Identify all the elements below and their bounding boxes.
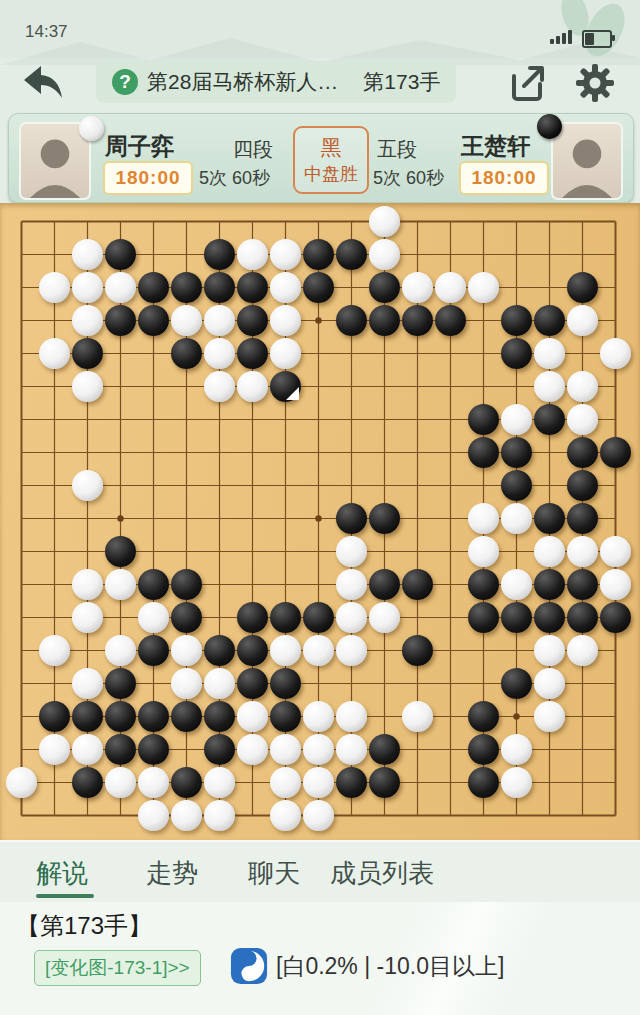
variation-diagram-button[interactable]: [变化图-173-1]>> — [34, 950, 201, 986]
black-stone — [567, 470, 598, 501]
black-stone — [72, 701, 103, 732]
black-stone — [336, 503, 367, 534]
white-stone — [501, 404, 532, 435]
black-stone — [105, 668, 136, 699]
black-player-clock: 180:00 — [459, 161, 549, 195]
black-stone — [105, 734, 136, 765]
signal-icon — [550, 30, 572, 44]
black-stone — [468, 701, 499, 732]
black-stone — [72, 767, 103, 798]
white-stone — [501, 734, 532, 765]
white-stone — [534, 701, 565, 732]
go-board[interactable] — [0, 203, 640, 840]
white-stone — [72, 272, 103, 303]
tab-member-list[interactable]: 成员列表 — [330, 856, 434, 891]
white-stone — [72, 470, 103, 501]
white-stone — [468, 272, 499, 303]
white-stone — [600, 536, 631, 567]
white-stone — [336, 536, 367, 567]
black-stone — [567, 272, 598, 303]
black-stone — [435, 305, 466, 336]
black-stone — [534, 602, 565, 633]
white-stone — [369, 602, 400, 633]
black-stone — [567, 503, 598, 534]
black-stone — [402, 635, 433, 666]
white-player-byoyomi: 5次 60秒 — [199, 166, 270, 190]
black-stone — [237, 635, 268, 666]
black-stone — [105, 239, 136, 270]
white-stone — [402, 701, 433, 732]
white-stone — [501, 503, 532, 534]
result-winner: 黑 — [321, 134, 342, 162]
white-player-name: 周子弈 — [105, 131, 174, 162]
white-stone — [171, 668, 202, 699]
black-stone — [336, 767, 367, 798]
white-stone — [270, 338, 301, 369]
black-stone — [270, 371, 301, 402]
white-stone — [237, 371, 268, 402]
white-stone — [336, 635, 367, 666]
black-stone — [501, 602, 532, 633]
help-icon[interactable]: ? — [112, 69, 138, 95]
result-method: 中盘胜 — [304, 162, 358, 186]
white-stone — [303, 734, 334, 765]
back-button[interactable] — [20, 60, 66, 106]
white-stone — [270, 635, 301, 666]
title-pill: ? 第28届马桥杯新人… 第173手 — [96, 61, 456, 103]
white-stone — [369, 206, 400, 237]
white-stone — [270, 734, 301, 765]
black-stone — [138, 635, 169, 666]
black-stone — [369, 305, 400, 336]
star-point — [513, 713, 519, 719]
black-stone — [369, 272, 400, 303]
commentary-section: 【第173手】 [变化图-173-1]>> [白0.2% | -10.0目以上] — [0, 902, 640, 1015]
move-counter: 第173手 — [363, 68, 440, 96]
white-stone — [270, 800, 301, 831]
black-stone — [171, 569, 202, 600]
black-stone — [270, 701, 301, 732]
player-panel: 周子弈 180:00 四段 5次 60秒 黑 中盘胜 五段 5次 60秒 王楚轩… — [8, 113, 634, 203]
white-stone — [237, 239, 268, 270]
black-stone — [303, 239, 334, 270]
black-stone — [171, 767, 202, 798]
white-stone — [534, 338, 565, 369]
black-stone — [402, 305, 433, 336]
white-stone — [138, 602, 169, 633]
black-player-photo — [551, 122, 623, 200]
active-tab-underline — [36, 894, 94, 898]
last-move-marker — [286, 387, 299, 400]
black-stone — [468, 404, 499, 435]
black-stone — [171, 272, 202, 303]
white-stone — [402, 272, 433, 303]
white-stone — [567, 536, 598, 567]
black-stone — [39, 701, 70, 732]
black-stone — [138, 569, 169, 600]
black-stone — [138, 734, 169, 765]
tab-commentary[interactable]: 解说 — [36, 856, 88, 891]
black-stone — [204, 734, 235, 765]
white-stone — [303, 701, 334, 732]
black-player-name: 王楚轩 — [461, 131, 530, 162]
white-stone — [336, 602, 367, 633]
black-stone — [468, 734, 499, 765]
white-stone — [303, 635, 334, 666]
white-stone — [204, 767, 235, 798]
black-stone — [501, 305, 532, 336]
tab-trend[interactable]: 走势 — [146, 856, 198, 891]
white-stone — [39, 338, 70, 369]
black-stone — [138, 272, 169, 303]
white-stone — [567, 305, 598, 336]
black-stone — [501, 668, 532, 699]
white-stone — [468, 536, 499, 567]
black-stone — [303, 602, 334, 633]
white-stone — [138, 800, 169, 831]
white-stone — [138, 767, 169, 798]
white-stone — [468, 503, 499, 534]
black-stone — [72, 338, 103, 369]
white-stone — [6, 767, 37, 798]
black-stone — [567, 569, 598, 600]
black-stone — [270, 602, 301, 633]
settings-gear-icon[interactable] — [574, 62, 616, 104]
black-stone — [105, 536, 136, 567]
white-stone — [303, 767, 334, 798]
white-stone — [204, 668, 235, 699]
black-stone — [369, 734, 400, 765]
black-stone — [237, 338, 268, 369]
game-title: 第28届马桥杯新人… — [147, 68, 338, 96]
white-stone — [336, 734, 367, 765]
black-stone — [105, 305, 136, 336]
white-stone — [600, 338, 631, 369]
black-stone — [237, 668, 268, 699]
tab-bar: 解说 走势 聊天 成员列表 — [0, 840, 640, 904]
black-stone — [501, 470, 532, 501]
black-stone — [468, 569, 499, 600]
black-stone — [171, 602, 202, 633]
ai-evaluation-text: [白0.2% | -10.0目以上] — [276, 951, 504, 982]
battery-icon — [582, 30, 612, 48]
white-stone — [534, 536, 565, 567]
white-stone — [204, 305, 235, 336]
white-stone — [72, 668, 103, 699]
white-stone — [39, 635, 70, 666]
black-stone — [171, 701, 202, 732]
white-stone — [270, 767, 301, 798]
star-point — [117, 515, 123, 521]
white-stone — [567, 404, 598, 435]
white-stone — [72, 239, 103, 270]
tab-chat[interactable]: 聊天 — [248, 856, 300, 891]
white-stone — [270, 239, 301, 270]
black-stone — [270, 668, 301, 699]
white-stone — [303, 800, 334, 831]
black-stone — [501, 437, 532, 468]
black-stone — [171, 338, 202, 369]
white-stone — [237, 701, 268, 732]
black-stone — [534, 404, 565, 435]
black-stone — [237, 602, 268, 633]
black-stone — [105, 701, 136, 732]
ai-app-logo-icon — [230, 947, 268, 985]
black-stone — [567, 437, 598, 468]
white-stone — [204, 371, 235, 402]
white-stone — [72, 305, 103, 336]
black-stone — [501, 338, 532, 369]
white-stone — [171, 800, 202, 831]
white-stone — [534, 635, 565, 666]
black-stone — [336, 239, 367, 270]
black-stone — [138, 701, 169, 732]
white-stone — [237, 734, 268, 765]
black-stone — [204, 701, 235, 732]
white-player-rank: 四段 — [233, 136, 273, 163]
black-stone — [567, 602, 598, 633]
white-stone — [600, 569, 631, 600]
white-stone — [270, 272, 301, 303]
white-stone — [72, 734, 103, 765]
white-stone — [567, 371, 598, 402]
white-stone — [270, 305, 301, 336]
black-stone — [303, 272, 334, 303]
white-stone — [72, 569, 103, 600]
black-player-byoyomi: 5次 60秒 — [373, 166, 444, 190]
white-stone — [171, 305, 202, 336]
white-stone — [501, 569, 532, 600]
black-stone — [204, 239, 235, 270]
black-stone — [468, 437, 499, 468]
white-stone — [567, 635, 598, 666]
header: ? 第28届马桥杯新人… 第173手 — [0, 58, 640, 108]
black-stone — [402, 569, 433, 600]
white-stone — [336, 569, 367, 600]
white-stone — [501, 767, 532, 798]
black-stone — [600, 437, 631, 468]
star-point — [315, 317, 321, 323]
white-stone — [72, 602, 103, 633]
black-stone — [369, 569, 400, 600]
white-stone — [204, 338, 235, 369]
black-stone — [468, 602, 499, 633]
black-player-rank: 五段 — [377, 136, 417, 163]
white-stone — [39, 272, 70, 303]
black-stone — [336, 305, 367, 336]
move-header: 【第173手】 — [16, 910, 152, 942]
white-stone — [105, 569, 136, 600]
white-stone-badge — [79, 116, 104, 141]
white-stone — [534, 371, 565, 402]
white-stone — [369, 239, 400, 270]
white-stone — [105, 767, 136, 798]
black-stone — [138, 305, 169, 336]
black-stone — [600, 602, 631, 633]
star-point — [315, 515, 321, 521]
white-stone — [204, 800, 235, 831]
variation-diagram-label: [变化图-173-1]>> — [45, 955, 190, 981]
white-stone — [72, 371, 103, 402]
black-stone — [204, 635, 235, 666]
black-stone — [534, 305, 565, 336]
white-stone — [105, 272, 136, 303]
black-stone — [534, 503, 565, 534]
white-stone — [435, 272, 466, 303]
white-stone — [39, 734, 70, 765]
white-player-clock: 180:00 — [103, 161, 193, 195]
share-icon[interactable] — [506, 62, 548, 104]
clock-time: 14:37 — [25, 22, 68, 42]
black-stone-badge — [537, 114, 562, 139]
black-stone — [237, 272, 268, 303]
white-stone — [171, 635, 202, 666]
black-stone — [369, 503, 400, 534]
white-stone — [534, 668, 565, 699]
black-stone — [369, 767, 400, 798]
black-stone — [468, 767, 499, 798]
result-box: 黑 中盘胜 — [293, 126, 369, 194]
white-stone — [336, 701, 367, 732]
black-stone — [237, 305, 268, 336]
white-stone — [105, 635, 136, 666]
black-stone — [534, 569, 565, 600]
status-bar: 14:37 — [0, 0, 640, 58]
black-stone — [204, 272, 235, 303]
